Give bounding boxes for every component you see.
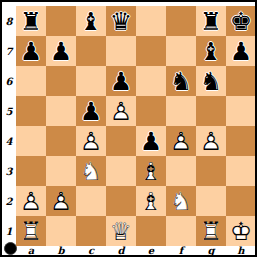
piece-wP-b2: ♟♙ [46,186,76,216]
square-d2[interactable] [106,186,136,216]
square-e1[interactable] [136,216,166,246]
piece-bP-b7: ♟ [46,36,76,66]
piece-bR-a8: ♜ [16,6,46,36]
square-g5[interactable] [196,96,226,126]
black-to-move-indicator [4,242,17,255]
square-h2[interactable] [226,186,256,216]
square-d5[interactable]: ♟♙ [106,96,136,126]
square-c4[interactable]: ♟♙ [76,126,106,156]
square-d8[interactable]: ♛ [106,6,136,36]
square-f4[interactable]: ♟♙ [166,126,196,156]
square-h1[interactable]: ♚♔ [226,216,256,246]
square-f1[interactable] [166,216,196,246]
square-d1[interactable]: ♛♕ [106,216,136,246]
file-labels: abcdefgh [16,246,256,257]
square-c3[interactable]: ♞♘ [76,156,106,186]
rank-label-7: 7 [2,36,16,66]
square-a3[interactable] [16,156,46,186]
rank-label-8: 8 [2,6,16,36]
square-h8[interactable]: ♚ [226,6,256,36]
piece-bP-h7: ♟ [226,36,256,66]
file-label-h: h [226,246,256,257]
square-a7[interactable]: ♟ [16,36,46,66]
square-a4[interactable] [16,126,46,156]
square-f2[interactable]: ♞♘ [166,186,196,216]
piece-wP-d5: ♟♙ [106,96,136,126]
piece-bN-f6: ♞ [166,66,196,96]
piece-bP-a7: ♟ [16,36,46,66]
square-c6[interactable] [76,66,106,96]
square-d3[interactable] [106,156,136,186]
rank-label-3: 3 [2,156,16,186]
rank-label-2: 2 [2,186,16,216]
square-c1[interactable] [76,216,106,246]
chess-diagram: 87654321 ♜♝♛♜♚♟♟♝♟♟♞♞♟♟♙♟♙♟♟♙♟♙♞♘♝♗♟♙♟♙♝… [0,0,257,257]
square-f7[interactable] [166,36,196,66]
piece-wR-g1: ♜♖ [196,216,226,246]
square-g1[interactable]: ♜♖ [196,216,226,246]
square-d7[interactable] [106,36,136,66]
piece-wP-f4: ♟♙ [166,126,196,156]
piece-bP-e4: ♟ [136,126,166,156]
square-h7[interactable]: ♟ [226,36,256,66]
square-e5[interactable] [136,96,166,126]
file-label-d: d [106,246,136,257]
piece-bQ-d8: ♛ [106,6,136,36]
file-label-c: c [76,246,106,257]
rank-label-6: 6 [2,66,16,96]
piece-bN-g6: ♞ [196,66,226,96]
piece-wN-f2: ♞♘ [166,186,196,216]
piece-wQ-d1: ♛♕ [106,216,136,246]
square-g8[interactable]: ♜ [196,6,226,36]
square-b5[interactable] [46,96,76,126]
piece-bP-c5: ♟ [76,96,106,126]
square-d4[interactable] [106,126,136,156]
square-b7[interactable]: ♟ [46,36,76,66]
piece-wK-h1: ♚♔ [226,216,256,246]
square-g2[interactable] [196,186,226,216]
square-e2[interactable]: ♝♗ [136,186,166,216]
square-b1[interactable] [46,216,76,246]
square-g7[interactable]: ♝ [196,36,226,66]
square-g4[interactable]: ♟♙ [196,126,226,156]
square-b2[interactable]: ♟♙ [46,186,76,216]
square-a6[interactable] [16,66,46,96]
piece-bB-c8: ♝ [76,6,106,36]
piece-wB-e2: ♝♗ [136,186,166,216]
piece-wP-c4: ♟♙ [76,126,106,156]
square-e7[interactable] [136,36,166,66]
square-h6[interactable] [226,66,256,96]
file-label-b: b [46,246,76,257]
rank-labels: 87654321 [2,6,16,246]
square-a5[interactable] [16,96,46,126]
square-c7[interactable] [76,36,106,66]
square-b8[interactable] [46,6,76,36]
square-f3[interactable] [166,156,196,186]
piece-wR-a1: ♜♖ [16,216,46,246]
square-e8[interactable] [136,6,166,36]
file-label-e: e [136,246,166,257]
chess-board: ♜♝♛♜♚♟♟♝♟♟♞♞♟♟♙♟♙♟♟♙♟♙♞♘♝♗♟♙♟♙♝♗♞♘♜♖♛♕♜♖… [16,6,256,246]
file-label-a: a [16,246,46,257]
square-b6[interactable] [46,66,76,96]
square-b3[interactable] [46,156,76,186]
piece-wN-c3: ♞♘ [76,156,106,186]
square-f6[interactable]: ♞ [166,66,196,96]
square-e4[interactable]: ♟ [136,126,166,156]
square-g6[interactable]: ♞ [196,66,226,96]
rank-label-4: 4 [2,126,16,156]
square-h3[interactable] [226,156,256,186]
square-a2[interactable]: ♟♙ [16,186,46,216]
file-label-f: f [166,246,196,257]
square-a8[interactable]: ♜ [16,6,46,36]
square-f8[interactable] [166,6,196,36]
piece-bP-d6: ♟ [106,66,136,96]
square-g3[interactable] [196,156,226,186]
piece-bK-h8: ♚ [226,6,256,36]
file-label-g: g [196,246,226,257]
square-a1[interactable]: ♜♖ [16,216,46,246]
square-b4[interactable] [46,126,76,156]
square-c8[interactable]: ♝ [76,6,106,36]
square-f5[interactable] [166,96,196,126]
square-h5[interactable] [226,96,256,126]
square-c2[interactable] [76,186,106,216]
square-d6[interactable]: ♟ [106,66,136,96]
piece-bR-g8: ♜ [196,6,226,36]
piece-bB-g7: ♝ [196,36,226,66]
square-h4[interactable] [226,126,256,156]
rank-label-5: 5 [2,96,16,126]
square-c5[interactable]: ♟ [76,96,106,126]
piece-wP-a2: ♟♙ [16,186,46,216]
square-e3[interactable]: ♝♗ [136,156,166,186]
piece-wP-g4: ♟♙ [196,126,226,156]
piece-wB-e3: ♝♗ [136,156,166,186]
square-e6[interactable] [136,66,166,96]
